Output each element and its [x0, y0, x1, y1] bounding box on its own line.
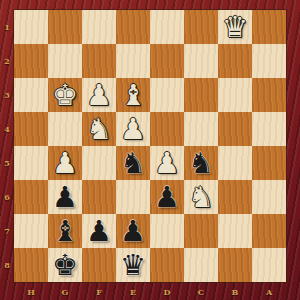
file-labels: HGFEDCBA [14, 284, 286, 300]
square-e3[interactable]: ♝ [116, 78, 150, 112]
square-g3[interactable]: ♚ [48, 78, 82, 112]
square-f7[interactable]: ♟ [82, 214, 116, 248]
square-e4[interactable]: ♟ [116, 112, 150, 146]
chessboard: ♛♚♟♝♞♟♟♞♟♞♟♟♞♝♟♟♚♛ [14, 10, 286, 282]
square-b8[interactable] [218, 248, 252, 282]
square-f6[interactable] [82, 180, 116, 214]
square-h3[interactable] [14, 78, 48, 112]
square-a8[interactable] [252, 248, 286, 282]
white-bishop[interactable]: ♝ [116, 78, 150, 112]
white-queen[interactable]: ♛ [218, 10, 252, 44]
square-d1[interactable] [150, 10, 184, 44]
black-queen[interactable]: ♛ [116, 248, 150, 282]
square-c4[interactable] [184, 112, 218, 146]
white-knight[interactable]: ♞ [82, 112, 116, 146]
square-a4[interactable] [252, 112, 286, 146]
rank-labels: 12345678 [0, 10, 14, 282]
square-d2[interactable] [150, 44, 184, 78]
square-c7[interactable] [184, 214, 218, 248]
square-g2[interactable] [48, 44, 82, 78]
square-c8[interactable] [184, 248, 218, 282]
square-g6[interactable]: ♟ [48, 180, 82, 214]
file-label-e: E [116, 284, 150, 300]
square-h7[interactable] [14, 214, 48, 248]
square-d5[interactable]: ♟ [150, 146, 184, 180]
black-bishop[interactable]: ♝ [48, 214, 82, 248]
white-pawn[interactable]: ♟ [116, 112, 150, 146]
square-b1[interactable]: ♛ [218, 10, 252, 44]
square-f8[interactable] [82, 248, 116, 282]
square-f2[interactable] [82, 44, 116, 78]
square-g7[interactable]: ♝ [48, 214, 82, 248]
white-knight[interactable]: ♞ [184, 180, 218, 214]
square-f3[interactable]: ♟ [82, 78, 116, 112]
square-a3[interactable] [252, 78, 286, 112]
square-h6[interactable] [14, 180, 48, 214]
square-a1[interactable] [252, 10, 286, 44]
file-label-g: G [48, 284, 82, 300]
square-c1[interactable] [184, 10, 218, 44]
file-label-d: D [150, 284, 184, 300]
square-b6[interactable] [218, 180, 252, 214]
square-e7[interactable]: ♟ [116, 214, 150, 248]
chessboard-frame: ♛♚♟♝♞♟♟♞♟♞♟♟♞♝♟♟♚♛ 12345678 HGFEDCBA [0, 0, 300, 300]
square-h5[interactable] [14, 146, 48, 180]
square-a7[interactable] [252, 214, 286, 248]
file-label-b: B [218, 284, 252, 300]
square-a2[interactable] [252, 44, 286, 78]
square-e8[interactable]: ♛ [116, 248, 150, 282]
rank-label-6: 6 [0, 180, 14, 214]
square-f1[interactable] [82, 10, 116, 44]
white-king[interactable]: ♚ [48, 78, 82, 112]
square-b7[interactable] [218, 214, 252, 248]
white-pawn[interactable]: ♟ [150, 146, 184, 180]
file-label-a: A [252, 284, 286, 300]
square-e5[interactable]: ♞ [116, 146, 150, 180]
rank-label-3: 3 [0, 78, 14, 112]
square-e6[interactable] [116, 180, 150, 214]
rank-label-2: 2 [0, 44, 14, 78]
square-d6[interactable]: ♟ [150, 180, 184, 214]
square-b5[interactable] [218, 146, 252, 180]
square-b2[interactable] [218, 44, 252, 78]
black-pawn[interactable]: ♟ [82, 214, 116, 248]
white-pawn[interactable]: ♟ [48, 146, 82, 180]
file-label-f: F [82, 284, 116, 300]
rank-label-8: 8 [0, 248, 14, 282]
black-pawn[interactable]: ♟ [150, 180, 184, 214]
rank-label-4: 4 [0, 112, 14, 146]
square-b3[interactable] [218, 78, 252, 112]
square-h2[interactable] [14, 44, 48, 78]
square-e2[interactable] [116, 44, 150, 78]
rank-label-7: 7 [0, 214, 14, 248]
square-h8[interactable] [14, 248, 48, 282]
square-h4[interactable] [14, 112, 48, 146]
file-label-c: C [184, 284, 218, 300]
black-knight[interactable]: ♞ [116, 146, 150, 180]
rank-label-5: 5 [0, 146, 14, 180]
square-a6[interactable] [252, 180, 286, 214]
square-g5[interactable]: ♟ [48, 146, 82, 180]
black-pawn[interactable]: ♟ [48, 180, 82, 214]
square-c6[interactable]: ♞ [184, 180, 218, 214]
square-d7[interactable] [150, 214, 184, 248]
square-b4[interactable] [218, 112, 252, 146]
file-label-h: H [14, 284, 48, 300]
square-h1[interactable] [14, 10, 48, 44]
black-pawn[interactable]: ♟ [116, 214, 150, 248]
square-e1[interactable] [116, 10, 150, 44]
white-pawn[interactable]: ♟ [82, 78, 116, 112]
rank-label-1: 1 [0, 10, 14, 44]
square-g4[interactable] [48, 112, 82, 146]
square-g1[interactable] [48, 10, 82, 44]
square-c2[interactable] [184, 44, 218, 78]
square-d3[interactable] [150, 78, 184, 112]
square-d8[interactable] [150, 248, 184, 282]
square-g8[interactable]: ♚ [48, 248, 82, 282]
square-d4[interactable] [150, 112, 184, 146]
square-c3[interactable] [184, 78, 218, 112]
square-f4[interactable]: ♞ [82, 112, 116, 146]
square-f5[interactable] [82, 146, 116, 180]
square-a5[interactable] [252, 146, 286, 180]
square-c5[interactable]: ♞ [184, 146, 218, 180]
black-king[interactable]: ♚ [48, 248, 82, 282]
black-knight[interactable]: ♞ [184, 146, 218, 180]
